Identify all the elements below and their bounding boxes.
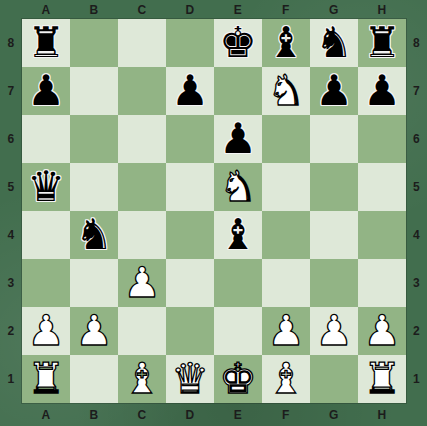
square-a1[interactable]: ♜: [22, 355, 70, 403]
square-b4[interactable]: ♞: [70, 211, 118, 259]
square-d1[interactable]: ♛: [166, 355, 214, 403]
square-a4[interactable]: [22, 211, 70, 259]
piece-white-pawn[interactable]: ♟: [75, 307, 113, 355]
square-f4[interactable]: [262, 211, 310, 259]
file-label-f: F: [262, 0, 310, 19]
square-h8[interactable]: ♜: [358, 19, 406, 67]
piece-black-pawn[interactable]: ♟: [363, 67, 401, 115]
square-h1[interactable]: ♜: [358, 355, 406, 403]
rank-label-8: 8: [0, 19, 22, 67]
square-a2[interactable]: ♟: [22, 307, 70, 355]
rank-label-2: 2: [0, 307, 22, 355]
square-c2[interactable]: [118, 307, 166, 355]
rank-labels-right: 87654321: [406, 19, 427, 403]
rank-label-5: 5: [0, 163, 22, 211]
square-b3[interactable]: [70, 259, 118, 307]
square-e7[interactable]: [214, 67, 262, 115]
square-a5[interactable]: ♛: [22, 163, 70, 211]
square-e1[interactable]: ♚: [214, 355, 262, 403]
square-h7[interactable]: ♟: [358, 67, 406, 115]
square-c3[interactable]: ♟: [118, 259, 166, 307]
piece-white-pawn[interactable]: ♟: [27, 307, 65, 355]
piece-black-pawn[interactable]: ♟: [315, 67, 353, 115]
square-f7[interactable]: ♞: [262, 67, 310, 115]
square-e3[interactable]: [214, 259, 262, 307]
square-c1[interactable]: ♝: [118, 355, 166, 403]
square-g6[interactable]: [310, 115, 358, 163]
square-c7[interactable]: [118, 67, 166, 115]
square-c4[interactable]: [118, 211, 166, 259]
file-label-a: A: [22, 0, 70, 19]
file-label-d: D: [166, 403, 214, 426]
square-h2[interactable]: ♟: [358, 307, 406, 355]
piece-black-queen[interactable]: ♛: [27, 163, 65, 211]
piece-white-pawn[interactable]: ♟: [315, 307, 353, 355]
square-g5[interactable]: [310, 163, 358, 211]
square-d8[interactable]: [166, 19, 214, 67]
file-label-b: B: [70, 403, 118, 426]
rank-label-5: 5: [406, 163, 427, 211]
piece-white-knight[interactable]: ♞: [219, 163, 257, 211]
rank-labels-left: 87654321: [0, 19, 22, 403]
square-f3[interactable]: [262, 259, 310, 307]
piece-white-rook[interactable]: ♜: [27, 355, 65, 403]
rank-label-1: 1: [0, 355, 22, 403]
piece-white-knight[interactable]: ♞: [267, 67, 305, 115]
square-a6[interactable]: [22, 115, 70, 163]
file-label-d: D: [166, 0, 214, 19]
square-f2[interactable]: ♟: [262, 307, 310, 355]
square-b7[interactable]: [70, 67, 118, 115]
piece-white-rook[interactable]: ♜: [363, 355, 401, 403]
square-b1[interactable]: [70, 355, 118, 403]
rank-label-1: 1: [406, 355, 427, 403]
file-label-g: G: [310, 0, 358, 19]
file-label-g: G: [310, 403, 358, 426]
piece-white-bishop[interactable]: ♝: [267, 355, 305, 403]
file-label-e: E: [214, 0, 262, 19]
square-g1[interactable]: [310, 355, 358, 403]
square-g8[interactable]: ♞: [310, 19, 358, 67]
square-e4[interactable]: ♝: [214, 211, 262, 259]
rank-label-6: 6: [406, 115, 427, 163]
chess-board: ♜♚♝♞♜♟♟♞♟♟♟♛♞♞♝♟♟♟♟♟♟♜♝♛♚♝♜: [22, 19, 406, 403]
square-a3[interactable]: [22, 259, 70, 307]
square-d4[interactable]: [166, 211, 214, 259]
piece-white-bishop[interactable]: ♝: [123, 355, 161, 403]
square-g3[interactable]: [310, 259, 358, 307]
rank-label-4: 4: [0, 211, 22, 259]
file-label-f: F: [262, 403, 310, 426]
square-c8[interactable]: [118, 19, 166, 67]
square-a7[interactable]: ♟: [22, 67, 70, 115]
square-g7[interactable]: ♟: [310, 67, 358, 115]
square-d3[interactable]: [166, 259, 214, 307]
square-f8[interactable]: ♝: [262, 19, 310, 67]
file-label-a: A: [22, 403, 70, 426]
file-labels-bottom: ABCDEFGH: [22, 403, 406, 426]
piece-white-king[interactable]: ♚: [219, 355, 257, 403]
square-b6[interactable]: [70, 115, 118, 163]
piece-black-pawn[interactable]: ♟: [171, 67, 209, 115]
file-label-c: C: [118, 403, 166, 426]
square-b2[interactable]: ♟: [70, 307, 118, 355]
rank-label-4: 4: [406, 211, 427, 259]
piece-black-bishop[interactable]: ♝: [267, 19, 305, 67]
piece-black-king[interactable]: ♚: [219, 19, 257, 67]
square-d2[interactable]: [166, 307, 214, 355]
square-h4[interactable]: [358, 211, 406, 259]
square-b5[interactable]: [70, 163, 118, 211]
square-c5[interactable]: [118, 163, 166, 211]
file-label-c: C: [118, 0, 166, 19]
rank-label-7: 7: [406, 67, 427, 115]
piece-black-bishop[interactable]: ♝: [219, 211, 257, 259]
rank-label-8: 8: [406, 19, 427, 67]
piece-white-pawn[interactable]: ♟: [267, 307, 305, 355]
square-h5[interactable]: [358, 163, 406, 211]
piece-black-rook[interactable]: ♜: [27, 19, 65, 67]
rank-label-3: 3: [406, 259, 427, 307]
square-d5[interactable]: [166, 163, 214, 211]
file-label-b: B: [70, 0, 118, 19]
square-e6[interactable]: ♟: [214, 115, 262, 163]
square-g2[interactable]: ♟: [310, 307, 358, 355]
file-label-e: E: [214, 403, 262, 426]
square-e2[interactable]: [214, 307, 262, 355]
file-label-h: H: [358, 403, 406, 426]
rank-label-2: 2: [406, 307, 427, 355]
square-h6[interactable]: [358, 115, 406, 163]
square-c6[interactable]: [118, 115, 166, 163]
square-d6[interactable]: [166, 115, 214, 163]
square-e5[interactable]: ♞: [214, 163, 262, 211]
square-f6[interactable]: [262, 115, 310, 163]
square-g4[interactable]: [310, 211, 358, 259]
square-a8[interactable]: ♜: [22, 19, 70, 67]
square-f1[interactable]: ♝: [262, 355, 310, 403]
piece-black-rook[interactable]: ♜: [363, 19, 401, 67]
square-b8[interactable]: [70, 19, 118, 67]
piece-black-knight[interactable]: ♞: [315, 19, 353, 67]
piece-white-pawn[interactable]: ♟: [123, 259, 161, 307]
rank-label-3: 3: [0, 259, 22, 307]
square-h3[interactable]: [358, 259, 406, 307]
square-e8[interactable]: ♚: [214, 19, 262, 67]
square-d7[interactable]: ♟: [166, 67, 214, 115]
rank-label-7: 7: [0, 67, 22, 115]
file-labels-top: ABCDEFGH: [22, 0, 406, 19]
board-frame: ABCDEFGH ABCDEFGH 87654321 87654321 ♜♚♝♞…: [0, 0, 427, 426]
piece-black-pawn[interactable]: ♟: [219, 115, 257, 163]
piece-black-knight[interactable]: ♞: [75, 211, 113, 259]
piece-black-pawn[interactable]: ♟: [27, 67, 65, 115]
square-f5[interactable]: [262, 163, 310, 211]
rank-label-6: 6: [0, 115, 22, 163]
piece-white-pawn[interactable]: ♟: [363, 307, 401, 355]
piece-white-queen[interactable]: ♛: [171, 355, 209, 403]
file-label-h: H: [358, 0, 406, 19]
